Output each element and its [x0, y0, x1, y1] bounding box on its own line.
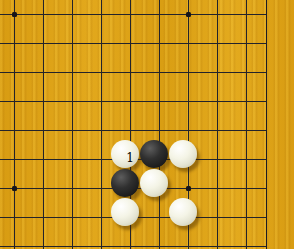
go-board[interactable]: 1 — [0, 0, 294, 249]
grid-line-horizontal — [0, 246, 267, 247]
grid-line-vertical — [43, 0, 44, 249]
star-point — [12, 186, 17, 191]
star-point — [12, 12, 17, 17]
grid-line-vertical — [159, 0, 160, 249]
grid-line-horizontal — [0, 43, 267, 44]
grid-line-horizontal — [0, 14, 267, 15]
stone-white — [169, 198, 197, 226]
grid-line-horizontal — [0, 130, 267, 131]
grid-line-vertical — [14, 0, 15, 249]
stone-white — [111, 140, 139, 168]
stone-black — [140, 140, 168, 168]
grid-line-vertical — [72, 0, 73, 249]
grid-line-horizontal — [0, 72, 267, 73]
grid-line-horizontal — [0, 101, 267, 102]
star-point — [186, 12, 191, 17]
stone-white — [111, 198, 139, 226]
grid-line-vertical — [217, 0, 218, 249]
board-edge-frame — [266, 0, 267, 249]
stone-black — [111, 169, 139, 197]
grid-line-vertical — [101, 0, 102, 249]
stone-white — [169, 140, 197, 168]
star-point — [186, 186, 191, 191]
stone-white — [140, 169, 168, 197]
grid-line-vertical — [246, 0, 247, 249]
